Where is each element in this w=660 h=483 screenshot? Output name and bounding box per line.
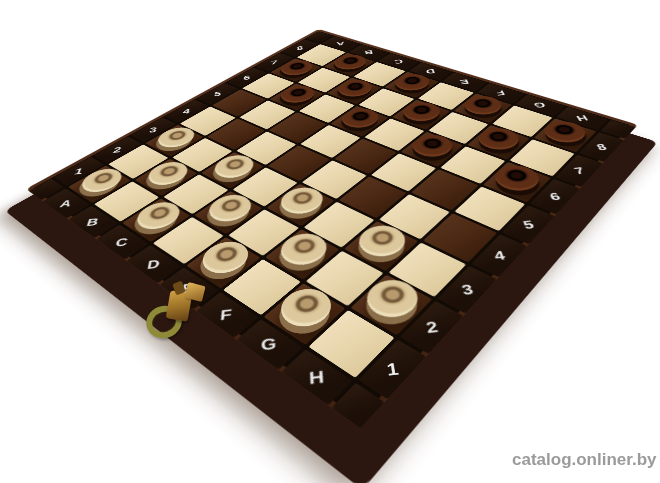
- clasp-latch-icon: [144, 282, 214, 338]
- coord-letter: D: [425, 68, 436, 75]
- coord-number: 4: [492, 248, 506, 261]
- coord-number: 5: [214, 90, 222, 97]
- watermark: catalog.onliner.by: [512, 450, 652, 470]
- coord-letter: H: [575, 114, 590, 122]
- coord-number: 1: [74, 166, 85, 175]
- coord-number: 6: [548, 191, 562, 202]
- coord-letter: D: [146, 257, 161, 270]
- coord-letter: C: [394, 58, 404, 64]
- coord-letter: A: [336, 41, 345, 47]
- checkers-board: ABCDEFGH8877665544332211ABCDEFGH: [26, 29, 638, 429]
- coord-number: 2: [425, 318, 439, 334]
- coord-letter: C: [115, 236, 130, 248]
- coord-number: 7: [271, 59, 277, 65]
- coord-number: 8: [595, 142, 609, 151]
- coord-letter: A: [59, 198, 74, 208]
- coord-number: 4: [183, 107, 191, 114]
- coord-letter: E: [459, 78, 470, 85]
- coord-letter: H: [309, 367, 325, 386]
- coord-number: 6: [243, 74, 250, 80]
- coord-number: 7: [572, 165, 586, 175]
- coord-letter: G: [533, 101, 548, 109]
- coord-number: 3: [149, 126, 158, 134]
- coord-number: 8: [297, 45, 303, 50]
- coord-number: 5: [521, 218, 535, 230]
- coord-number: 3: [460, 282, 474, 297]
- coord-letter: B: [86, 216, 101, 227]
- coord-letter: F: [221, 307, 234, 322]
- coord-letter: F: [495, 89, 506, 96]
- coord-letter: G: [261, 335, 277, 352]
- coord-number: 1: [386, 359, 400, 377]
- coord-letter: B: [364, 49, 373, 55]
- coord-number: 2: [113, 145, 123, 153]
